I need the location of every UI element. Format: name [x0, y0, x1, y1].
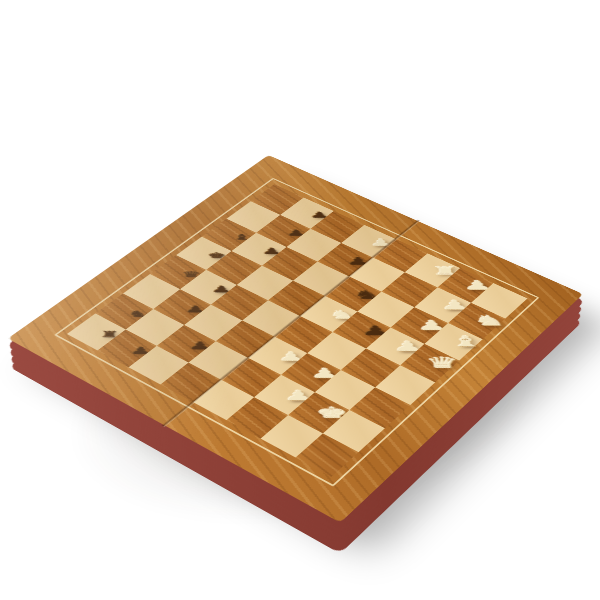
- piece-black-knight[interactable]: ♞: [353, 289, 380, 300]
- piece-black-pawn[interactable]: ♟: [310, 211, 329, 219]
- piece-white-knight[interactable]: ♞: [328, 309, 355, 321]
- piece-black-pawn[interactable]: ♟: [346, 256, 370, 266]
- piece-black-pawn[interactable]: ♟: [262, 247, 282, 255]
- piece-black-king[interactable]: ♚: [207, 252, 226, 260]
- piece-black-pawn[interactable]: ♟: [211, 285, 232, 294]
- square-c4[interactable]: ♟: [248, 337, 307, 375]
- piece-white-rook[interactable]: ♜: [431, 265, 460, 277]
- square-e2[interactable]: ♟: [366, 328, 424, 366]
- piece-black-bishop[interactable]: ♝: [232, 234, 250, 241]
- piece-white-pawn[interactable]: ♟: [440, 299, 471, 312]
- piece-white-pawn[interactable]: ♟: [462, 279, 493, 292]
- piece-black-pawn[interactable]: ♟: [184, 305, 205, 314]
- piece-black-pawn[interactable]: ♟: [129, 346, 151, 356]
- piece-white-king[interactable]: ♚: [316, 406, 348, 421]
- piece-black-knight[interactable]: ♞: [127, 310, 147, 318]
- piece-black-queen[interactable]: ♛: [181, 271, 200, 279]
- piece-white-pawn[interactable]: ♟: [392, 340, 424, 354]
- piece-black-pawn[interactable]: ♟: [286, 229, 306, 237]
- square-d2[interactable]: [341, 348, 400, 387]
- piece-white-pawn[interactable]: ♟: [369, 238, 393, 248]
- square-b4[interactable]: [221, 358, 281, 397]
